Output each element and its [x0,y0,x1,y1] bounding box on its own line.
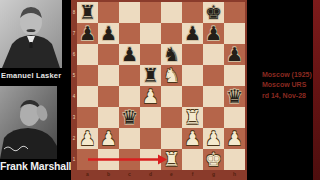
square-h1 [224,149,245,170]
square-c7 [119,23,140,44]
square-a2: ♟ [77,128,98,149]
square-h4: ♛ [224,86,245,107]
piece-bR-a8: ♜ [79,2,96,23]
file-label-c: c [119,170,140,180]
square-d5: ♜ [140,65,161,86]
square-d2 [140,128,161,149]
piece-wP-d4: ♟ [142,86,159,107]
square-g3 [203,107,224,128]
square-h6: ♟ [224,44,245,65]
file-label-b: b [98,170,119,180]
piece-wP-g2: ♟ [205,128,222,149]
square-e8 [161,2,182,23]
right-edge-bar [313,0,320,180]
square-c3: ♛ [119,107,140,128]
square-d8 [140,2,161,23]
square-a7: ♟ [77,23,98,44]
file-label-h: h [224,170,245,180]
square-h3 [224,107,245,128]
piece-bK-g8: ♚ [205,2,222,23]
square-g8: ♚ [203,2,224,23]
game-info: Moscow (1925) Moscow URS rd 14, Nov-28 [262,70,314,101]
piece-wN-e5: ♞ [163,65,180,86]
square-a6 [77,44,98,65]
square-a8: ♜ [77,2,98,23]
chess-board: 87654321 ♜♚♟♟♟♟♟♞♟♜♞♟♛♛♜♟♟♟♟♟♜♚ abcdefgh [71,0,247,180]
square-g1: ♚ [203,149,224,170]
video-frame: Emanuel Lasker Frank Marshall 87654321 ♜… [0,0,320,180]
square-f3: ♜ [182,107,203,128]
event-line-3: rd 14, Nov-28 [262,91,314,101]
piece-wR-e1: ♜ [163,149,180,170]
square-a1 [77,149,98,170]
square-d1 [140,149,161,170]
square-d3 [140,107,161,128]
square-a5 [77,65,98,86]
square-a4 [77,86,98,107]
square-g7: ♟ [203,23,224,44]
piece-bP-c6: ♟ [121,44,138,65]
square-e6: ♞ [161,44,182,65]
square-f6 [182,44,203,65]
square-c8 [119,2,140,23]
square-a3 [77,107,98,128]
event-line-2: Moscow URS [262,80,314,90]
square-h2: ♟ [224,128,245,149]
white-player-name: Emanuel Lasker [1,71,70,80]
square-b5 [98,65,119,86]
square-d7 [140,23,161,44]
square-h8 [224,2,245,23]
piece-wK-g1: ♚ [205,149,222,170]
square-e3 [161,107,182,128]
square-b3 [98,107,119,128]
marshall-portrait-art [0,86,57,159]
piece-bN-e6: ♞ [163,44,180,65]
black-player-name: Frank Marshall [0,160,70,172]
square-g4 [203,86,224,107]
square-g6 [203,44,224,65]
square-b7: ♟ [98,23,119,44]
piece-bQ-h4: ♛ [226,86,243,107]
piece-wP-h2: ♟ [226,128,243,149]
piece-bP-b7: ♟ [100,23,117,44]
file-labels: abcdefgh [77,170,245,180]
square-f2: ♟ [182,128,203,149]
square-c5 [119,65,140,86]
piece-wP-a2: ♟ [79,128,96,149]
square-h7 [224,23,245,44]
square-c6: ♟ [119,44,140,65]
square-e5: ♞ [161,65,182,86]
file-label-f: f [182,170,203,180]
square-g2: ♟ [203,128,224,149]
square-f8 [182,2,203,23]
piece-bP-a7: ♟ [79,23,96,44]
square-e2 [161,128,182,149]
square-f5 [182,65,203,86]
file-label-a: a [77,170,98,180]
piece-wR-f3: ♜ [184,107,201,128]
square-f1 [182,149,203,170]
file-label-e: e [161,170,182,180]
square-b4 [98,86,119,107]
square-g5 [203,65,224,86]
piece-wP-f2: ♟ [184,128,201,149]
file-label-d: d [140,170,161,180]
square-b2: ♟ [98,128,119,149]
square-e7 [161,23,182,44]
square-b8 [98,2,119,23]
piece-bR-d5: ♜ [142,65,159,86]
square-c1 [119,149,140,170]
square-e1: ♜ [161,149,182,170]
board-grid: ♜♚♟♟♟♟♟♞♟♜♞♟♛♛♜♟♟♟♟♟♜♚ [77,2,245,170]
square-d6 [140,44,161,65]
piece-bP-f7: ♟ [184,23,201,44]
square-c4 [119,86,140,107]
piece-bP-h6: ♟ [226,44,243,65]
piece-bP-g7: ♟ [205,23,222,44]
square-h5 [224,65,245,86]
square-e4 [161,86,182,107]
square-d4: ♟ [140,86,161,107]
piece-bQ-c3: ♛ [121,107,138,128]
square-c2 [119,128,140,149]
square-b1 [98,149,119,170]
piece-wP-b2: ♟ [100,128,117,149]
square-f4 [182,86,203,107]
square-f7: ♟ [182,23,203,44]
file-label-g: g [203,170,224,180]
square-b6 [98,44,119,65]
white-player-photo [0,0,62,68]
event-line-1: Moscow (1925) [262,70,314,80]
lasker-portrait-art [0,0,62,68]
black-player-photo [0,86,57,159]
